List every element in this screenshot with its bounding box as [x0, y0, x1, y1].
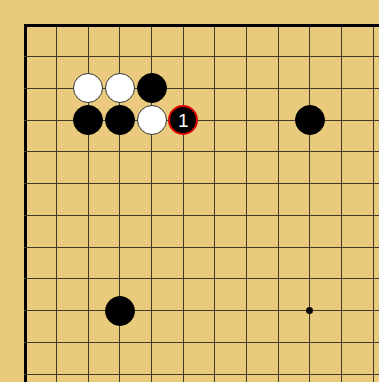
board-edge-top: [24, 24, 379, 27]
grid-line-horizontal: [24, 183, 379, 184]
stone-black-D16[interactable]: [105, 105, 135, 135]
grid-line-vertical: [309, 24, 310, 382]
grid-line-vertical: [278, 24, 279, 382]
grid-line-horizontal: [24, 342, 379, 343]
grid-line-vertical: [373, 24, 374, 382]
stone-black-D10[interactable]: [105, 296, 135, 326]
grid-line-vertical: [246, 24, 247, 382]
grid-line-horizontal: [24, 151, 379, 152]
stone-black-F16[interactable]: 1: [168, 105, 198, 135]
stone-black-C16[interactable]: [73, 105, 103, 135]
grid-line-horizontal: [24, 374, 379, 375]
grid-line-horizontal: [24, 247, 379, 248]
grid-line-vertical: [214, 24, 215, 382]
stone-white-E16[interactable]: [137, 105, 167, 135]
stone-white-C17[interactable]: [73, 73, 103, 103]
grid-line-vertical: [341, 24, 342, 382]
grid-line-horizontal: [24, 215, 379, 216]
star-point-K10: [306, 307, 313, 314]
stone-black-K16[interactable]: [295, 105, 325, 135]
stone-black-E17[interactable]: [137, 73, 167, 103]
grid-line-horizontal: [24, 56, 379, 57]
grid-line-vertical: [56, 24, 57, 382]
move-number-label: 1: [178, 111, 189, 130]
stone-white-D17[interactable]: [105, 73, 135, 103]
grid-line-vertical: [183, 24, 184, 382]
grid-line-horizontal: [24, 310, 379, 311]
go-board[interactable]: 1: [0, 0, 379, 382]
board-edge-left: [24, 24, 27, 382]
grid-line-horizontal: [24, 278, 379, 279]
